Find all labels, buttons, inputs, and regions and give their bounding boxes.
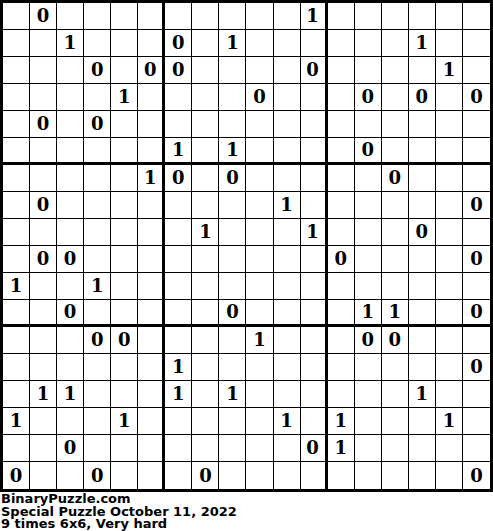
cell-r9c6[interactable] — [165, 246, 192, 273]
cell-r12c12[interactable] — [328, 327, 355, 354]
cell-r6c17[interactable] — [463, 165, 490, 192]
cell-r17c16[interactable] — [436, 462, 463, 489]
cell-r13c5[interactable] — [138, 354, 165, 381]
cell-r3c1[interactable] — [30, 84, 57, 111]
cell-r4c14[interactable] — [382, 111, 409, 138]
cell-r0c15[interactable] — [409, 3, 436, 30]
cell-r9c2: 0 — [57, 246, 84, 273]
cell-r17c7: 0 — [192, 462, 219, 489]
cell-r3c16[interactable] — [436, 84, 463, 111]
cell-r16c3[interactable] — [84, 435, 111, 462]
cell-r1c14[interactable] — [382, 30, 409, 57]
cell-r1c17[interactable] — [463, 30, 490, 57]
cell-r9c15[interactable] — [409, 246, 436, 273]
cell-r12c1[interactable] — [30, 327, 57, 354]
cell-r4c16[interactable] — [436, 111, 463, 138]
cell-r8c3[interactable] — [84, 219, 111, 246]
cell-r4c7[interactable] — [192, 111, 219, 138]
cell-r13c16[interactable] — [436, 354, 463, 381]
cell-r5c9[interactable] — [246, 138, 273, 165]
cell-r1c12[interactable] — [328, 30, 355, 57]
cell-r1c11[interactable] — [301, 30, 328, 57]
cell-r2c11: 0 — [301, 57, 328, 84]
cell-r9c16[interactable] — [436, 246, 463, 273]
cell-r5c3[interactable] — [84, 138, 111, 165]
cell-r0c17[interactable] — [463, 3, 490, 30]
cell-r14c14[interactable] — [382, 381, 409, 408]
cell-r8c14[interactable] — [382, 219, 409, 246]
cell-r14c10[interactable] — [274, 381, 301, 408]
cell-r14c7[interactable] — [192, 381, 219, 408]
cell-r4c9[interactable] — [246, 111, 273, 138]
cell-r3c10[interactable] — [274, 84, 301, 111]
cell-r13c7[interactable] — [192, 354, 219, 381]
cell-r8c8[interactable] — [219, 219, 246, 246]
cell-r10c15[interactable] — [409, 273, 436, 300]
cell-r4c4[interactable] — [111, 111, 138, 138]
cell-r4c15[interactable] — [409, 111, 436, 138]
cell-r14c0[interactable] — [3, 381, 30, 408]
cell-r10c11[interactable] — [301, 273, 328, 300]
cell-r17c14[interactable] — [382, 462, 409, 489]
cell-r2c8[interactable] — [219, 57, 246, 84]
cell-r6c16[interactable] — [436, 165, 463, 192]
cell-r11c9[interactable] — [246, 300, 273, 327]
cell-r13c12[interactable] — [328, 354, 355, 381]
cell-r2c1[interactable] — [30, 57, 57, 84]
cell-r12c15[interactable] — [409, 327, 436, 354]
cell-r13c15[interactable] — [409, 354, 436, 381]
cell-r17c13[interactable] — [355, 462, 382, 489]
cell-r2c7[interactable] — [192, 57, 219, 84]
cell-r9c7[interactable] — [192, 246, 219, 273]
cell-r1c4[interactable] — [111, 30, 138, 57]
cell-r13c13[interactable] — [355, 354, 382, 381]
cell-r13c2[interactable] — [57, 354, 84, 381]
cell-r4c8[interactable] — [219, 111, 246, 138]
cell-r13c4[interactable] — [111, 354, 138, 381]
cell-r12c10[interactable] — [274, 327, 301, 354]
cell-r15c10: 1 — [274, 408, 301, 435]
cell-r9c9[interactable] — [246, 246, 273, 273]
cell-r16c0[interactable] — [3, 435, 30, 462]
cell-r5c1[interactable] — [30, 138, 57, 165]
cell-r7c3[interactable] — [84, 192, 111, 219]
cell-r7c15[interactable] — [409, 192, 436, 219]
cell-r2c5: 0 — [138, 57, 165, 84]
cell-r0c16[interactable] — [436, 3, 463, 30]
cell-r2c9[interactable] — [246, 57, 273, 84]
cell-r15c3[interactable] — [84, 408, 111, 435]
cell-r7c16[interactable] — [436, 192, 463, 219]
cell-r16c12: 1 — [328, 435, 355, 462]
cell-r0c10[interactable] — [274, 3, 301, 30]
cell-r16c15[interactable] — [409, 435, 436, 462]
cell-r4c13[interactable] — [355, 111, 382, 138]
cell-r17c8[interactable] — [219, 462, 246, 489]
binary-puzzle-page: 0110110000110000001101000010110000011001… — [0, 0, 493, 531]
cell-r12c0[interactable] — [3, 327, 30, 354]
cell-r3c9: 0 — [246, 84, 273, 111]
cell-r6c6: 0 — [165, 165, 192, 192]
cell-r10c7[interactable] — [192, 273, 219, 300]
cell-r8c12[interactable] — [328, 219, 355, 246]
cell-r10c17[interactable] — [463, 273, 490, 300]
cell-r9c12: 0 — [328, 246, 355, 273]
cell-r0c6[interactable] — [165, 3, 192, 30]
cell-r0c4[interactable] — [111, 3, 138, 30]
cell-r0c14[interactable] — [382, 3, 409, 30]
cell-r4c12[interactable] — [328, 111, 355, 138]
cell-r6c2[interactable] — [57, 165, 84, 192]
cell-r4c1: 0 — [30, 111, 57, 138]
cell-r11c4[interactable] — [111, 300, 138, 327]
cell-r6c7[interactable] — [192, 165, 219, 192]
cell-r10c5[interactable] — [138, 273, 165, 300]
cell-r11c11[interactable] — [301, 300, 328, 327]
cell-r7c7[interactable] — [192, 192, 219, 219]
cell-r3c0[interactable] — [3, 84, 30, 111]
cell-r7c1: 0 — [30, 192, 57, 219]
cell-r5c10[interactable] — [274, 138, 301, 165]
cell-r17c9[interactable] — [246, 462, 273, 489]
cell-r2c4[interactable] — [111, 57, 138, 84]
cell-r14c12[interactable] — [328, 381, 355, 408]
cell-r15c15[interactable] — [409, 408, 436, 435]
cell-r14c8: 1 — [219, 381, 246, 408]
cell-r6c11[interactable] — [301, 165, 328, 192]
cell-r10c1[interactable] — [30, 273, 57, 300]
cell-r5c6: 1 — [165, 138, 192, 165]
cell-r5c0[interactable] — [3, 138, 30, 165]
cell-r12c16[interactable] — [436, 327, 463, 354]
cell-r2c13[interactable] — [355, 57, 382, 84]
cell-r4c17[interactable] — [463, 111, 490, 138]
cell-r10c8[interactable] — [219, 273, 246, 300]
cell-r15c13[interactable] — [355, 408, 382, 435]
cell-r9c1: 0 — [30, 246, 57, 273]
cell-r9c8[interactable] — [219, 246, 246, 273]
cell-r6c1[interactable] — [30, 165, 57, 192]
cell-r15c2[interactable] — [57, 408, 84, 435]
cell-r17c11[interactable] — [301, 462, 328, 489]
cell-r4c10[interactable] — [274, 111, 301, 138]
cell-r7c2[interactable] — [57, 192, 84, 219]
cell-r15c17[interactable] — [463, 408, 490, 435]
cell-r5c16[interactable] — [436, 138, 463, 165]
cell-r10c6[interactable] — [165, 273, 192, 300]
cell-r5c11[interactable] — [301, 138, 328, 165]
cell-r2c12[interactable] — [328, 57, 355, 84]
cell-r16c8[interactable] — [219, 435, 246, 462]
cell-r10c16[interactable] — [436, 273, 463, 300]
cell-r4c0[interactable] — [3, 111, 30, 138]
cell-r1c2: 1 — [57, 30, 84, 57]
cell-r7c0[interactable] — [3, 192, 30, 219]
cell-r12c13: 0 — [355, 327, 382, 354]
cell-r14c9[interactable] — [246, 381, 273, 408]
cell-r1c1[interactable] — [30, 30, 57, 57]
cell-r0c9[interactable] — [246, 3, 273, 30]
cell-r7c13[interactable] — [355, 192, 382, 219]
cell-r4c2[interactable] — [57, 111, 84, 138]
cell-r3c6[interactable] — [165, 84, 192, 111]
cell-r9c10[interactable] — [274, 246, 301, 273]
cell-r3c17: 0 — [463, 84, 490, 111]
cell-r7c6[interactable] — [165, 192, 192, 219]
cell-r8c17[interactable] — [463, 219, 490, 246]
cell-r12c3: 0 — [84, 327, 111, 354]
cell-r10c9[interactable] — [246, 273, 273, 300]
cell-r0c5[interactable] — [138, 3, 165, 30]
cell-r16c14[interactable] — [382, 435, 409, 462]
cell-r10c3: 1 — [84, 273, 111, 300]
cell-r13c3[interactable] — [84, 354, 111, 381]
cell-r4c6[interactable] — [165, 111, 192, 138]
cell-r4c11[interactable] — [301, 111, 328, 138]
cell-r11c0[interactable] — [3, 300, 30, 327]
cell-r6c0[interactable] — [3, 165, 30, 192]
cell-r5c2[interactable] — [57, 138, 84, 165]
cell-r2c17[interactable] — [463, 57, 490, 84]
cell-r13c1[interactable] — [30, 354, 57, 381]
cell-r9c11[interactable] — [301, 246, 328, 273]
cell-r12c2[interactable] — [57, 327, 84, 354]
cell-r6c3[interactable] — [84, 165, 111, 192]
cell-r6c10[interactable] — [274, 165, 301, 192]
cell-r12c11[interactable] — [301, 327, 328, 354]
cell-r0c3[interactable] — [84, 3, 111, 30]
cell-r3c14[interactable] — [382, 84, 409, 111]
cell-r15c12: 1 — [328, 408, 355, 435]
footer: BinaryPuzzle.com Special Puzzle October … — [0, 492, 493, 531]
cell-r8c0[interactable] — [3, 219, 30, 246]
cell-r14c16[interactable] — [436, 381, 463, 408]
cell-r16c1[interactable] — [30, 435, 57, 462]
cell-r17c12[interactable] — [328, 462, 355, 489]
cell-r12c8[interactable] — [219, 327, 246, 354]
cell-r5c4[interactable] — [111, 138, 138, 165]
cell-r11c1[interactable] — [30, 300, 57, 327]
cell-r1c9[interactable] — [246, 30, 273, 57]
cell-r8c16[interactable] — [436, 219, 463, 246]
cell-r11c16[interactable] — [436, 300, 463, 327]
cell-r11c10[interactable] — [274, 300, 301, 327]
cell-r7c11[interactable] — [301, 192, 328, 219]
cell-r0c13[interactable] — [355, 3, 382, 30]
cell-r14c11[interactable] — [301, 381, 328, 408]
cell-r3c5[interactable] — [138, 84, 165, 111]
cell-r6c13[interactable] — [355, 165, 382, 192]
cell-r3c3[interactable] — [84, 84, 111, 111]
cell-r8c10[interactable] — [274, 219, 301, 246]
cell-r5c17[interactable] — [463, 138, 490, 165]
cell-r8c4[interactable] — [111, 219, 138, 246]
cell-r13c10[interactable] — [274, 354, 301, 381]
cell-r0c8[interactable] — [219, 3, 246, 30]
cell-r11c13: 1 — [355, 300, 382, 327]
cell-r8c6[interactable] — [165, 219, 192, 246]
cell-r6c9[interactable] — [246, 165, 273, 192]
cell-r1c10[interactable] — [274, 30, 301, 57]
cell-r15c11[interactable] — [301, 408, 328, 435]
cell-r2c3: 0 — [84, 57, 111, 84]
cell-r11c6[interactable] — [165, 300, 192, 327]
cell-r0c0[interactable] — [3, 3, 30, 30]
cell-r8c15: 0 — [409, 219, 436, 246]
cell-r1c5[interactable] — [138, 30, 165, 57]
cell-r16c16[interactable] — [436, 435, 463, 462]
cell-r15c5[interactable] — [138, 408, 165, 435]
cell-r12c7[interactable] — [192, 327, 219, 354]
cell-r4c3: 0 — [84, 111, 111, 138]
cell-r15c14[interactable] — [382, 408, 409, 435]
cell-r16c7[interactable] — [192, 435, 219, 462]
cell-r8c13[interactable] — [355, 219, 382, 246]
cell-r8c9[interactable] — [246, 219, 273, 246]
cell-r2c0[interactable] — [3, 57, 30, 84]
cell-r11c12[interactable] — [328, 300, 355, 327]
cell-r5c12[interactable] — [328, 138, 355, 165]
cell-r7c8[interactable] — [219, 192, 246, 219]
cell-r12c9: 1 — [246, 327, 273, 354]
cell-r16c17[interactable] — [463, 435, 490, 462]
cell-r7c12[interactable] — [328, 192, 355, 219]
cell-r17c6[interactable] — [165, 462, 192, 489]
cell-r13c14[interactable] — [382, 354, 409, 381]
cell-r11c2: 0 — [57, 300, 84, 327]
cell-r8c7: 1 — [192, 219, 219, 246]
cell-r6c4[interactable] — [111, 165, 138, 192]
cell-r9c14[interactable] — [382, 246, 409, 273]
cell-r2c14[interactable] — [382, 57, 409, 84]
cell-r0c12[interactable] — [328, 3, 355, 30]
cell-r8c5[interactable] — [138, 219, 165, 246]
cell-r13c11[interactable] — [301, 354, 328, 381]
cell-r9c0[interactable] — [3, 246, 30, 273]
cell-r9c5[interactable] — [138, 246, 165, 273]
cell-r16c6[interactable] — [165, 435, 192, 462]
cell-r5c5[interactable] — [138, 138, 165, 165]
cell-r13c0[interactable] — [3, 354, 30, 381]
cell-r17c10[interactable] — [274, 462, 301, 489]
cell-r2c16: 1 — [436, 57, 463, 84]
cell-r2c15[interactable] — [409, 57, 436, 84]
cell-r12c5[interactable] — [138, 327, 165, 354]
cell-r15c6[interactable] — [165, 408, 192, 435]
cell-r16c11: 0 — [301, 435, 328, 462]
cell-r3c7[interactable] — [192, 84, 219, 111]
cell-r1c15: 1 — [409, 30, 436, 57]
cell-r5c14[interactable] — [382, 138, 409, 165]
cell-r7c5[interactable] — [138, 192, 165, 219]
cell-r7c14[interactable] — [382, 192, 409, 219]
cell-r10c2[interactable] — [57, 273, 84, 300]
cell-r4c5[interactable] — [138, 111, 165, 138]
cell-r15c9[interactable] — [246, 408, 273, 435]
cell-r17c4[interactable] — [111, 462, 138, 489]
cell-r1c16[interactable] — [436, 30, 463, 57]
cell-r1c7[interactable] — [192, 30, 219, 57]
footer-spec: 9 times 6x6, Very hard — [1, 518, 493, 531]
cell-r3c2[interactable] — [57, 84, 84, 111]
cell-r14c4[interactable] — [111, 381, 138, 408]
cell-r3c11[interactable] — [301, 84, 328, 111]
cell-r5c15[interactable] — [409, 138, 436, 165]
cell-r14c13[interactable] — [355, 381, 382, 408]
cell-r9c3[interactable] — [84, 246, 111, 273]
cell-r6c12[interactable] — [328, 165, 355, 192]
cell-r3c12[interactable] — [328, 84, 355, 111]
cell-r7c9[interactable] — [246, 192, 273, 219]
cell-r1c6: 0 — [165, 30, 192, 57]
cell-r17c2[interactable] — [57, 462, 84, 489]
cell-r12c17[interactable] — [463, 327, 490, 354]
cell-r1c0[interactable] — [3, 30, 30, 57]
cell-r17c1[interactable] — [30, 462, 57, 489]
cell-r7c4[interactable] — [111, 192, 138, 219]
cell-r2c10[interactable] — [274, 57, 301, 84]
cell-r1c3[interactable] — [84, 30, 111, 57]
cell-r17c5[interactable] — [138, 462, 165, 489]
cell-r13c9[interactable] — [246, 354, 273, 381]
cell-r8c1[interactable] — [30, 219, 57, 246]
cell-r11c8: 0 — [219, 300, 246, 327]
cell-r11c15[interactable] — [409, 300, 436, 327]
cell-r9c4[interactable] — [111, 246, 138, 273]
cell-r12c6[interactable] — [165, 327, 192, 354]
cell-r8c2[interactable] — [57, 219, 84, 246]
cell-r14c1: 1 — [30, 381, 57, 408]
cell-r5c8: 1 — [219, 138, 246, 165]
cell-r9c13[interactable] — [355, 246, 382, 273]
cell-r14c6: 1 — [165, 381, 192, 408]
cell-r11c5[interactable] — [138, 300, 165, 327]
cell-r10c10[interactable] — [274, 273, 301, 300]
cell-r14c5[interactable] — [138, 381, 165, 408]
cell-r2c2[interactable] — [57, 57, 84, 84]
cell-r16c9[interactable] — [246, 435, 273, 462]
cell-r0c7[interactable] — [192, 3, 219, 30]
cell-r16c10[interactable] — [274, 435, 301, 462]
cell-r1c8: 1 — [219, 30, 246, 57]
cell-r10c4[interactable] — [111, 273, 138, 300]
cell-r6c15[interactable] — [409, 165, 436, 192]
cell-r10c12[interactable] — [328, 273, 355, 300]
cell-r17c15[interactable] — [409, 462, 436, 489]
cell-r16c4[interactable] — [111, 435, 138, 462]
cell-r10c0: 1 — [3, 273, 30, 300]
cell-r15c1[interactable] — [30, 408, 57, 435]
cell-r15c7[interactable] — [192, 408, 219, 435]
cell-r13c8[interactable] — [219, 354, 246, 381]
cell-r11c3[interactable] — [84, 300, 111, 327]
cell-r0c2[interactable] — [57, 3, 84, 30]
cell-r16c5[interactable] — [138, 435, 165, 462]
cell-r15c8[interactable] — [219, 408, 246, 435]
cell-r14c3[interactable] — [84, 381, 111, 408]
cell-r3c8[interactable] — [219, 84, 246, 111]
cell-r5c7[interactable] — [192, 138, 219, 165]
cell-r11c7[interactable] — [192, 300, 219, 327]
cell-r10c13[interactable] — [355, 273, 382, 300]
cell-r15c0: 1 — [3, 408, 30, 435]
cell-r16c13[interactable] — [355, 435, 382, 462]
cell-r10c14[interactable] — [382, 273, 409, 300]
cell-r14c17[interactable] — [463, 381, 490, 408]
cell-r1c13[interactable] — [355, 30, 382, 57]
cell-r3c4: 1 — [111, 84, 138, 111]
